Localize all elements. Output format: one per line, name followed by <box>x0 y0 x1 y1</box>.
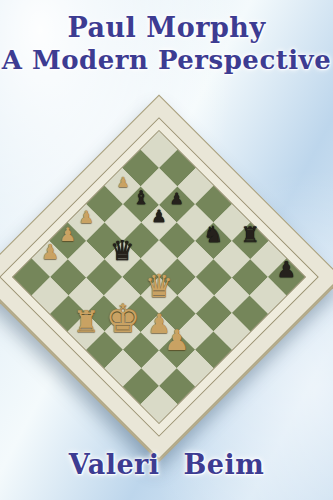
piece-black-bishop[interactable]: ♝ <box>132 189 149 208</box>
piece-white-pawn[interactable]: ♟ <box>60 226 77 245</box>
piece-white-king[interactable]: ♚ <box>105 301 140 340</box>
piece-white-pawn[interactable]: ♟ <box>41 242 59 262</box>
chess-board: ♟♟♝♟♟♜♞♟♛♟♟♛♟♚♜♟ <box>12 130 306 424</box>
piece-black-pawn[interactable]: ♟ <box>170 192 184 208</box>
book-title: Paul Morphy A Modern Perspective <box>0 12 333 77</box>
piece-black-pawn[interactable]: ♟ <box>151 209 166 226</box>
chessboard-scene: ♟♟♝♟♟♜♞♟♛♟♟♛♟♚♜♟ <box>0 95 333 460</box>
title-line-1: Paul Morphy <box>0 12 333 45</box>
piece-white-pawn[interactable]: ♟ <box>116 175 129 189</box>
piece-white-pawn[interactable]: ♟ <box>164 327 189 355</box>
piece-black-knight[interactable]: ♞ <box>203 223 223 246</box>
piece-white-rook[interactable]: ♜ <box>73 308 100 338</box>
piece-black-queen[interactable]: ♛ <box>110 237 135 265</box>
piece-white-pawn[interactable]: ♟ <box>78 209 93 226</box>
title-line-2: A Modern Perspective <box>0 45 333 77</box>
board-outer-frame: ♟♟♝♟♟♜♞♟♛♟♟♛♟♚♜♟ <box>0 95 333 460</box>
piece-black-rook[interactable]: ♜ <box>241 224 260 245</box>
piece-white-queen[interactable]: ♛ <box>145 270 174 302</box>
board-inner-frame: ♟♟♝♟♟♜♞♟♛♟♟♛♟♚♜♟ <box>0 117 319 437</box>
author-name: Valeri Beim <box>0 449 333 480</box>
book-cover: Paul Morphy A Modern Perspective ♟♟♝♟♟♜♞… <box>0 0 333 500</box>
piece-black-pawn[interactable]: ♟ <box>277 259 297 281</box>
